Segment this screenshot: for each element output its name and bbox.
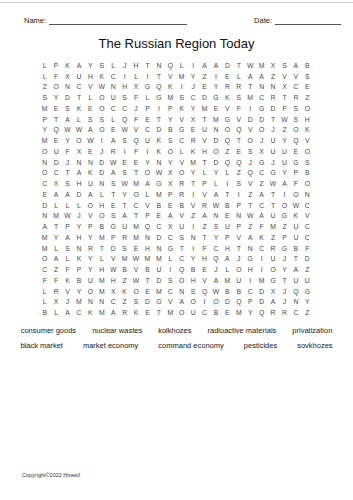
grid-cell[interactable]: E	[50, 104, 61, 115]
grid-cell[interactable]: U	[290, 233, 301, 244]
grid-cell[interactable]: B	[119, 265, 130, 276]
grid-cell[interactable]: E	[85, 104, 96, 115]
grid-cell[interactable]: F	[130, 93, 141, 104]
grid-cell[interactable]: Y	[165, 158, 176, 169]
grid-cell[interactable]: Z	[302, 265, 313, 276]
grid-cell[interactable]: L	[176, 61, 187, 72]
grid-cell[interactable]: O	[210, 298, 221, 309]
grid-cell[interactable]: C	[210, 244, 221, 255]
grid-cell[interactable]: Z	[199, 222, 210, 233]
grid-cell[interactable]: Z	[302, 308, 313, 319]
grid-cell[interactable]: O	[96, 126, 107, 137]
grid-cell[interactable]: B	[210, 308, 221, 319]
grid-cell[interactable]: C	[108, 298, 119, 309]
grid-cell[interactable]: Q	[176, 265, 187, 276]
grid-cell[interactable]: F	[62, 147, 73, 158]
grid-cell[interactable]: B	[165, 126, 176, 137]
grid-cell[interactable]: N	[39, 212, 50, 223]
grid-cell[interactable]: C	[108, 72, 119, 83]
grid-cell[interactable]: O	[96, 104, 107, 115]
grid-cell[interactable]: C	[39, 179, 50, 190]
grid-cell[interactable]: N	[73, 158, 84, 169]
grid-cell[interactable]: N	[290, 298, 301, 309]
grid-cell[interactable]: R	[267, 244, 278, 255]
grid-cell[interactable]: H	[302, 115, 313, 126]
grid-cell[interactable]: C	[290, 83, 301, 94]
grid-cell[interactable]: K	[119, 287, 130, 298]
grid-cell[interactable]: X	[165, 222, 176, 233]
grid-cell[interactable]: X	[256, 147, 267, 158]
grid-cell[interactable]: I	[256, 255, 267, 266]
grid-cell[interactable]: T	[108, 190, 119, 201]
grid-cell[interactable]: V	[233, 233, 244, 244]
grid-cell[interactable]: G	[267, 169, 278, 180]
grid-cell[interactable]: A	[256, 190, 267, 201]
grid-cell[interactable]: V	[165, 72, 176, 83]
grid-cell[interactable]: N	[96, 179, 107, 190]
grid-cell[interactable]: N	[142, 233, 153, 244]
grid-cell[interactable]: W	[279, 115, 290, 126]
grid-cell[interactable]: T	[187, 179, 198, 190]
grid-cell[interactable]: Z	[199, 72, 210, 83]
grid-cell[interactable]: T	[62, 169, 73, 180]
grid-cell[interactable]: I	[256, 265, 267, 276]
grid-cell[interactable]: V	[222, 104, 233, 115]
grid-cell[interactable]: K	[62, 276, 73, 287]
grid-cell[interactable]: S	[279, 61, 290, 72]
grid-cell[interactable]: G	[256, 158, 267, 169]
grid-cell[interactable]: J	[210, 265, 221, 276]
grid-cell[interactable]: V	[187, 201, 198, 212]
grid-cell[interactable]: X	[187, 115, 198, 126]
grid-cell[interactable]: H	[199, 255, 210, 266]
grid-cell[interactable]: J	[267, 126, 278, 137]
grid-cell[interactable]: V	[302, 212, 313, 223]
grid-cell[interactable]: D	[153, 126, 164, 137]
grid-cell[interactable]: K	[290, 212, 301, 223]
grid-cell[interactable]: T	[199, 233, 210, 244]
grid-cell[interactable]: K	[153, 136, 164, 147]
grid-cell[interactable]: T	[245, 83, 256, 94]
grid-cell[interactable]: B	[96, 222, 107, 233]
grid-cell[interactable]: R	[50, 287, 61, 298]
grid-cell[interactable]: G	[222, 115, 233, 126]
grid-cell[interactable]: C	[119, 104, 130, 115]
grid-cell[interactable]: W	[245, 61, 256, 72]
grid-cell[interactable]: M	[39, 136, 50, 147]
grid-cell[interactable]: R	[176, 179, 187, 190]
grid-cell[interactable]: Y	[73, 287, 84, 298]
grid-cell[interactable]: B	[142, 265, 153, 276]
grid-cell[interactable]: A	[210, 276, 221, 287]
grid-cell[interactable]: D	[302, 255, 313, 266]
grid-cell[interactable]: S	[108, 212, 119, 223]
grid-cell[interactable]: C	[290, 308, 301, 319]
grid-cell[interactable]: U	[279, 147, 290, 158]
grid-cell[interactable]: D	[153, 233, 164, 244]
grid-cell[interactable]: E	[119, 158, 130, 169]
grid-cell[interactable]: A	[256, 212, 267, 223]
grid-cell[interactable]: D	[222, 298, 233, 309]
grid-cell[interactable]: M	[245, 93, 256, 104]
grid-cell[interactable]: R	[267, 308, 278, 319]
grid-cell[interactable]: D	[96, 169, 107, 180]
grid-cell[interactable]: I	[279, 190, 290, 201]
grid-cell[interactable]: W	[119, 126, 130, 137]
grid-cell[interactable]: A	[210, 61, 221, 72]
grid-cell[interactable]: L	[142, 93, 153, 104]
grid-cell[interactable]: L	[96, 190, 107, 201]
grid-cell[interactable]: X	[267, 287, 278, 298]
grid-cell[interactable]: O	[290, 190, 301, 201]
grid-cell[interactable]: S	[302, 72, 313, 83]
grid-cell[interactable]: V	[176, 212, 187, 223]
grid-cell[interactable]: S	[62, 244, 73, 255]
grid-cell[interactable]: O	[222, 126, 233, 137]
grid-cell[interactable]: U	[290, 276, 301, 287]
grid-cell[interactable]: N	[176, 287, 187, 298]
grid-cell[interactable]: D	[50, 158, 61, 169]
grid-cell[interactable]: I	[199, 298, 210, 309]
grid-cell[interactable]: Z	[119, 298, 130, 309]
grid-cell[interactable]: C	[130, 201, 141, 212]
date-input-line[interactable]	[275, 17, 341, 25]
grid-cell[interactable]: M	[267, 222, 278, 233]
grid-cell[interactable]: H	[119, 83, 130, 94]
grid-cell[interactable]: U	[85, 276, 96, 287]
grid-cell[interactable]: X	[279, 83, 290, 94]
grid-cell[interactable]: D	[256, 115, 267, 126]
grid-cell[interactable]: P	[50, 61, 61, 72]
grid-cell[interactable]: S	[62, 179, 73, 190]
grid-cell[interactable]: A	[62, 190, 73, 201]
grid-cell[interactable]: B	[302, 169, 313, 180]
grid-cell[interactable]: S	[85, 115, 96, 126]
grid-cell[interactable]: K	[302, 126, 313, 137]
grid-cell[interactable]: W	[130, 255, 141, 266]
grid-cell[interactable]: A	[245, 72, 256, 83]
grid-cell[interactable]: G	[153, 179, 164, 190]
grid-cell[interactable]: Q	[290, 136, 301, 147]
grid-cell[interactable]: A	[39, 222, 50, 233]
grid-cell[interactable]: T	[290, 255, 301, 266]
grid-cell[interactable]: Z	[39, 83, 50, 94]
grid-cell[interactable]: C	[73, 83, 84, 94]
grid-cell[interactable]: O	[290, 126, 301, 137]
grid-cell[interactable]: M	[130, 179, 141, 190]
grid-cell[interactable]: W	[85, 136, 96, 147]
grid-cell[interactable]: E	[50, 136, 61, 147]
grid-cell[interactable]: W	[62, 126, 73, 137]
grid-cell[interactable]: L	[39, 72, 50, 83]
grid-cell[interactable]: D	[39, 201, 50, 212]
grid-cell[interactable]: M	[96, 308, 107, 319]
grid-cell[interactable]: H	[96, 201, 107, 212]
grid-cell[interactable]: V	[290, 72, 301, 83]
grid-cell[interactable]: A	[108, 308, 119, 319]
grid-cell[interactable]: Y	[142, 158, 153, 169]
grid-cell[interactable]: Y	[119, 190, 130, 201]
grid-cell[interactable]: E	[290, 147, 301, 158]
grid-cell[interactable]: C	[165, 287, 176, 298]
grid-cell[interactable]: N	[210, 126, 221, 137]
grid-cell[interactable]: Y	[187, 104, 198, 115]
grid-cell[interactable]: Z	[245, 190, 256, 201]
grid-cell[interactable]: D	[62, 93, 73, 104]
grid-cell[interactable]: O	[176, 276, 187, 287]
grid-cell[interactable]: O	[96, 212, 107, 223]
grid-cell[interactable]: F	[130, 115, 141, 126]
grid-cell[interactable]: L	[233, 72, 244, 83]
grid-cell[interactable]: I	[187, 61, 198, 72]
grid-cell[interactable]: P	[233, 201, 244, 212]
grid-cell[interactable]: I	[142, 72, 153, 83]
grid-cell[interactable]: N	[108, 83, 119, 94]
grid-cell[interactable]: O	[302, 147, 313, 158]
grid-cell[interactable]: O	[39, 169, 50, 180]
grid-cell[interactable]: L	[73, 201, 84, 212]
grid-cell[interactable]: S	[62, 104, 73, 115]
grid-cell[interactable]: W	[108, 265, 119, 276]
grid-cell[interactable]: L	[73, 115, 84, 126]
grid-cell[interactable]: B	[222, 201, 233, 212]
grid-cell[interactable]: A	[210, 190, 221, 201]
grid-cell[interactable]: T	[233, 244, 244, 255]
grid-cell[interactable]: J	[62, 158, 73, 169]
grid-cell[interactable]: Y	[73, 222, 84, 233]
grid-cell[interactable]: Q	[233, 126, 244, 137]
grid-cell[interactable]: T	[279, 93, 290, 104]
grid-cell[interactable]: R	[176, 190, 187, 201]
grid-cell[interactable]: B	[153, 201, 164, 212]
grid-cell[interactable]: C	[302, 222, 313, 233]
grid-cell[interactable]: E	[210, 104, 221, 115]
grid-cell[interactable]: V	[142, 201, 153, 212]
name-input-line[interactable]	[49, 17, 187, 25]
grid-cell[interactable]: D	[96, 158, 107, 169]
grid-cell[interactable]: A	[62, 308, 73, 319]
grid-cell[interactable]: L	[222, 265, 233, 276]
grid-cell[interactable]: K	[153, 147, 164, 158]
grid-cell[interactable]: Z	[233, 169, 244, 180]
grid-cell[interactable]: A	[279, 179, 290, 190]
grid-cell[interactable]: S	[290, 104, 301, 115]
grid-cell[interactable]: L	[50, 201, 61, 212]
grid-cell[interactable]: Q	[165, 61, 176, 72]
grid-cell[interactable]: U	[290, 222, 301, 233]
grid-cell[interactable]: Q	[142, 222, 153, 233]
grid-cell[interactable]: T	[245, 201, 256, 212]
grid-cell[interactable]: U	[267, 147, 278, 158]
grid-cell[interactable]: K	[73, 104, 84, 115]
grid-cell[interactable]: D	[199, 93, 210, 104]
grid-cell[interactable]: J	[119, 61, 130, 72]
grid-cell[interactable]: R	[108, 147, 119, 158]
grid-cell[interactable]: J	[279, 298, 290, 309]
grid-cell[interactable]: W	[119, 179, 130, 190]
grid-cell[interactable]: X	[73, 147, 84, 158]
grid-cell[interactable]: C	[256, 93, 267, 104]
grid-cell[interactable]: Q	[199, 287, 210, 298]
grid-cell[interactable]: F	[39, 276, 50, 287]
grid-cell[interactable]: A	[199, 212, 210, 223]
grid-cell[interactable]: X	[165, 169, 176, 180]
grid-cell[interactable]: U	[73, 72, 84, 83]
grid-cell[interactable]: S	[233, 179, 244, 190]
grid-cell[interactable]: I	[187, 190, 198, 201]
grid-cell[interactable]: M	[222, 276, 233, 287]
grid-cell[interactable]: H	[199, 147, 210, 158]
grid-cell[interactable]: L	[108, 61, 119, 72]
grid-cell[interactable]: Q	[153, 83, 164, 94]
grid-cell[interactable]: E	[130, 158, 141, 169]
grid-cell[interactable]: Y	[279, 169, 290, 180]
grid-cell[interactable]: B	[187, 265, 198, 276]
grid-cell[interactable]: W	[290, 201, 301, 212]
grid-cell[interactable]: I	[142, 147, 153, 158]
grid-cell[interactable]: Y	[50, 233, 61, 244]
grid-cell[interactable]: F	[50, 72, 61, 83]
grid-cell[interactable]: S	[96, 115, 107, 126]
grid-cell[interactable]: S	[108, 179, 119, 190]
grid-cell[interactable]: U	[176, 222, 187, 233]
grid-cell[interactable]: C	[302, 233, 313, 244]
grid-cell[interactable]: N	[245, 244, 256, 255]
grid-cell[interactable]: P	[142, 104, 153, 115]
grid-cell[interactable]: U	[108, 93, 119, 104]
grid-cell[interactable]: R	[267, 93, 278, 104]
grid-cell[interactable]: F	[50, 276, 61, 287]
grid-cell[interactable]: M	[39, 104, 50, 115]
grid-cell[interactable]: R	[119, 308, 130, 319]
grid-cell[interactable]: E	[39, 190, 50, 201]
grid-cell[interactable]: S	[119, 244, 130, 255]
grid-cell[interactable]: W	[245, 212, 256, 223]
grid-cell[interactable]: F	[130, 147, 141, 158]
grid-cell[interactable]: G	[267, 276, 278, 287]
grid-cell[interactable]: X	[108, 287, 119, 298]
grid-cell[interactable]: Q	[50, 126, 61, 137]
grid-cell[interactable]: O	[142, 169, 153, 180]
grid-cell[interactable]: Z	[267, 233, 278, 244]
grid-cell[interactable]: H	[130, 61, 141, 72]
grid-cell[interactable]: C	[199, 308, 210, 319]
grid-cell[interactable]: J	[267, 158, 278, 169]
grid-cell[interactable]: I	[176, 83, 187, 94]
grid-cell[interactable]: L	[176, 147, 187, 158]
grid-cell[interactable]: Q	[222, 158, 233, 169]
grid-cell[interactable]: U	[267, 255, 278, 266]
grid-cell[interactable]: Z	[222, 147, 233, 158]
grid-cell[interactable]: M	[165, 93, 176, 104]
grid-cell[interactable]: Y	[165, 115, 176, 126]
grid-cell[interactable]: W	[130, 276, 141, 287]
grid-cell[interactable]: T	[73, 93, 84, 104]
grid-cell[interactable]: D	[222, 61, 233, 72]
grid-cell[interactable]: K	[85, 169, 96, 180]
grid-cell[interactable]: D	[210, 158, 221, 169]
grid-cell[interactable]: C	[50, 169, 61, 180]
grid-cell[interactable]: E	[302, 83, 313, 94]
grid-cell[interactable]: T	[279, 276, 290, 287]
grid-cell[interactable]: J	[279, 287, 290, 298]
grid-cell[interactable]: S	[96, 61, 107, 72]
grid-cell[interactable]: S	[39, 93, 50, 104]
grid-cell[interactable]: U	[199, 126, 210, 137]
grid-cell[interactable]: T	[233, 136, 244, 147]
grid-cell[interactable]: K	[85, 308, 96, 319]
grid-cell[interactable]: A	[108, 169, 119, 180]
grid-cell[interactable]: F	[199, 244, 210, 255]
grid-cell[interactable]: M	[130, 233, 141, 244]
grid-cell[interactable]: E	[130, 244, 141, 255]
grid-cell[interactable]: W	[62, 212, 73, 223]
grid-cell[interactable]: E	[222, 308, 233, 319]
grid-cell[interactable]: T	[96, 244, 107, 255]
grid-cell[interactable]: J	[256, 136, 267, 147]
grid-cell[interactable]: G	[142, 83, 153, 94]
grid-cell[interactable]: M	[233, 308, 244, 319]
grid-cell[interactable]: H	[73, 179, 84, 190]
grid-cell[interactable]: G	[176, 126, 187, 137]
grid-cell[interactable]: L	[142, 190, 153, 201]
grid-cell[interactable]: Z	[50, 265, 61, 276]
grid-cell[interactable]: M	[142, 255, 153, 266]
grid-cell[interactable]: H	[96, 265, 107, 276]
grid-cell[interactable]: M	[176, 72, 187, 83]
grid-cell[interactable]: A	[62, 115, 73, 126]
grid-cell[interactable]: O	[210, 147, 221, 158]
grid-cell[interactable]: F	[233, 104, 244, 115]
grid-cell[interactable]: L	[62, 255, 73, 266]
grid-cell[interactable]: V	[130, 265, 141, 276]
grid-cell[interactable]: B	[176, 201, 187, 212]
grid-cell[interactable]: X	[50, 298, 61, 309]
grid-cell[interactable]: B	[73, 276, 84, 287]
grid-cell[interactable]: O	[39, 147, 50, 158]
grid-cell[interactable]: U	[119, 222, 130, 233]
grid-cell[interactable]: H	[222, 244, 233, 255]
grid-cell[interactable]: P	[165, 190, 176, 201]
grid-cell[interactable]: C	[176, 255, 187, 266]
grid-cell[interactable]: R	[199, 201, 210, 212]
grid-cell[interactable]: M	[165, 308, 176, 319]
grid-cell[interactable]: L	[50, 244, 61, 255]
grid-cell[interactable]: H	[142, 244, 153, 255]
grid-cell[interactable]: S	[210, 222, 221, 233]
grid-cell[interactable]: C	[256, 169, 267, 180]
grid-cell[interactable]: F	[62, 265, 73, 276]
grid-cell[interactable]: Y	[245, 308, 256, 319]
grid-cell[interactable]: U	[279, 158, 290, 169]
grid-cell[interactable]: L	[39, 61, 50, 72]
grid-cell[interactable]: P	[142, 212, 153, 223]
grid-cell[interactable]: M	[39, 233, 50, 244]
grid-cell[interactable]: G	[279, 244, 290, 255]
grid-cell[interactable]: N	[153, 61, 164, 72]
grid-cell[interactable]: S	[187, 287, 198, 298]
grid-cell[interactable]: M	[39, 244, 50, 255]
grid-cell[interactable]: Z	[256, 179, 267, 190]
grid-cell[interactable]: E	[199, 265, 210, 276]
grid-cell[interactable]: P	[73, 265, 84, 276]
grid-cell[interactable]: Y	[210, 233, 221, 244]
grid-cell[interactable]: W	[267, 179, 278, 190]
grid-cell[interactable]: I	[187, 244, 198, 255]
grid-cell[interactable]: W	[108, 158, 119, 169]
grid-cell[interactable]: A	[73, 169, 84, 180]
grid-cell[interactable]: Q	[256, 308, 267, 319]
